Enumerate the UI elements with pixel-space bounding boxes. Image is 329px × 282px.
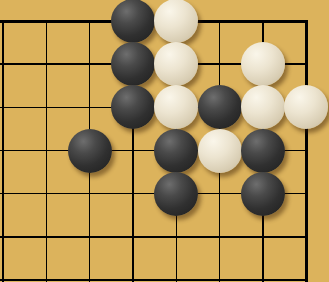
stone-black[interactable] <box>68 129 112 173</box>
stone-white[interactable] <box>154 42 198 86</box>
stone-white[interactable] <box>154 0 198 43</box>
stone-black[interactable] <box>241 129 285 173</box>
stone-black[interactable] <box>154 129 198 173</box>
stone-white[interactable] <box>198 129 242 173</box>
grid-line-vertical <box>46 20 48 282</box>
stone-black[interactable] <box>111 85 155 129</box>
stone-white[interactable] <box>241 42 285 86</box>
stone-white[interactable] <box>284 85 328 129</box>
board-right-edge-line <box>305 20 308 282</box>
stone-black[interactable] <box>241 172 285 216</box>
stone-white[interactable] <box>241 85 285 129</box>
stone-black[interactable] <box>198 85 242 129</box>
stone-black[interactable] <box>154 172 198 216</box>
grid-line-vertical <box>2 20 4 282</box>
stone-black[interactable] <box>111 0 155 43</box>
go-board[interactable] <box>0 0 329 282</box>
stone-white[interactable] <box>154 85 198 129</box>
stone-black[interactable] <box>111 42 155 86</box>
